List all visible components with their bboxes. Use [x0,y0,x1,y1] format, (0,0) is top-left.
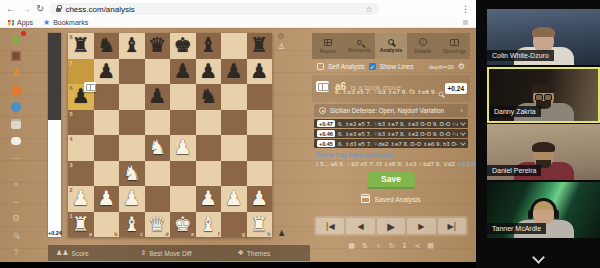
tab-label: Openings [442,48,466,54]
chesscom-page: ♞♟⋯«→⚙? +0.24 8♜♞♝♛♚♝♜7♟♟♟♟♟6♟♟♞54♞♟3♞2♟… [0,28,476,262]
square-h2[interactable]: ♟ [247,186,273,212]
square-e3[interactable] [170,161,196,187]
square-c8[interactable]: ♝ [119,33,145,59]
square-c7[interactable] [119,59,145,85]
themes-icon: ❖ [238,249,244,257]
analysis-options-row: Self Analysis ✓ Show Lines depth=30 ⚙ [312,60,470,73]
white-bishop-f1[interactable]: ♝ [196,212,222,238]
square-a1[interactable]: 1a♜ [68,212,94,238]
square-d7[interactable] [145,59,171,85]
black-pawn-b7[interactable]: ♟ [94,59,120,85]
square-g2[interactable]: ♟ [221,186,247,212]
square-e4[interactable]: ♟ [170,135,196,161]
black-pawn-marker-icon: ♟ [278,229,285,238]
rank-label: 4 [70,136,73,142]
evaluation-value: +0.24 [48,230,61,236]
tab-label: Details [414,48,431,54]
square-b3[interactable] [94,161,120,187]
white-pawn-h2[interactable]: ♟ [247,186,273,212]
black-pawn-e7[interactable]: ♟ [170,59,196,85]
video-tile-4[interactable]: Tanner McArdle [487,182,600,238]
openings-icon [450,39,459,46]
square-e7[interactable]: ♟ [170,59,196,85]
reset-icon[interactable]: ↻ [389,242,395,250]
window-bottom-edge [0,262,476,268]
square-g6[interactable] [221,84,247,110]
glasses [535,94,552,100]
address-bar[interactable]: chess.com/analysis ☆ [49,3,379,15]
lock-icon [56,8,61,12]
square-f6[interactable]: ♞ [196,84,222,110]
square-a4[interactable]: 4 [68,135,94,161]
square-g1[interactable]: g [221,212,247,238]
line-moves: 6. ♗e2 e5 7. ♘b3 ♗e7 8. ♗e3 O-O 9. O-O ♘… [338,121,458,127]
analysis-panel: ReportMomentsAnalysisiDetailsOpenings Se… [312,33,470,262]
self-analysis-checkbox[interactable] [317,63,324,70]
analysis-tabs: ReportMomentsAnalysisiDetailsOpenings [312,33,470,59]
square-d4[interactable]: ♞ [145,135,171,161]
sort-arrows-icon: ⇕ [141,249,147,257]
square-f8[interactable]: ♝ [196,33,222,59]
tab-analysis[interactable]: Analysis [375,33,407,59]
evaluation-bar: +0.24 [48,33,61,237]
panel-tools-row: ▦ ⇅ ＋ ↻ ↧ < ▤ [312,241,470,251]
white-pawn-marker-icon: ♙ [278,42,285,51]
white-knight-d4[interactable]: ♞ [145,135,171,161]
tab-details[interactable]: iDetails [407,33,439,59]
square-c6[interactable] [119,84,145,110]
file-label: g [242,231,245,237]
details-icon: i [419,38,427,46]
book-icon [316,81,329,92]
square-d6[interactable]: ♟ [145,84,171,110]
opening-name-row[interactable]: Sicilian Defense: Open, Najdorf Variatio… [314,104,468,117]
share-icon[interactable]: < [414,242,420,250]
trash-icon[interactable]: ▦ [348,242,355,250]
play-icon[interactable] [9,49,23,62]
white-knight-c3[interactable]: ♞ [119,161,145,187]
square-d5[interactable] [145,110,171,136]
puzzles-icon[interactable]: ♟ [9,66,23,79]
previous-move-button[interactable]: ◀ [346,218,374,234]
tab-label: Report [320,48,337,54]
square-d8[interactable]: ♛ [145,33,171,59]
expand-line-chevron-icon[interactable] [460,120,466,126]
square-f3[interactable] [196,161,222,187]
square-c1[interactable]: c♝ [119,212,145,238]
square-f1[interactable]: f♝ [196,212,222,238]
square-a7[interactable]: 7 [68,59,94,85]
line-eval: +0.47 [317,120,335,127]
square-e1[interactable]: e♚ [170,212,196,238]
book-move-badge-icon [84,82,96,92]
save-button[interactable]: Save [367,172,415,189]
themes-button[interactable]: ❖ Themes [238,249,271,257]
square-c2[interactable]: ♟ [119,186,145,212]
tab-moments[interactable]: Moments [344,33,376,59]
square-e8[interactable]: ♚ [170,33,196,59]
score-button[interactable]: ♟♟ Score [56,249,89,257]
white-rook-h1[interactable]: ♜ [247,212,273,238]
board-footer-bar: ♟♟ Score ⇕ Best Move Diff ❖ Themes [48,245,310,261]
square-b7[interactable]: ♟ [94,59,120,85]
black-knight-f6[interactable]: ♞ [196,84,222,110]
browser-menu-icon[interactable]: ⋮ [461,4,470,14]
square-h7[interactable]: ♟ [247,59,273,85]
bookmarks-star-icon: ★ [43,18,50,27]
square-a3[interactable]: 3 [68,161,94,187]
bookmark-star-icon[interactable]: ☆ [365,5,372,14]
move-navigation-controls: |◀ ◀ ▶ ▶ ▶| [314,216,468,236]
evaluation-bar-black-part [48,33,61,120]
book-eval-badge: +0.24 [445,83,467,94]
square-f2[interactable]: ♟ [196,186,222,212]
square-b6[interactable] [94,84,120,110]
square-h5[interactable] [247,110,273,136]
black-pawn-d6[interactable]: ♟ [145,84,171,110]
report-icon [324,39,332,46]
chesscom-logo-icon[interactable]: ♞ [9,32,23,45]
black-pawn-h7[interactable]: ♟ [247,59,273,85]
black-knight-b8[interactable]: ♞ [94,33,120,59]
square-a2[interactable]: 2♟ [68,186,94,212]
depth-setting[interactable]: depth=30 [429,64,454,70]
help-icon[interactable]: ? [9,245,23,258]
white-queen-d1[interactable]: ♛ [145,212,171,238]
moments-icon [356,38,363,45]
tab-label: Moments [348,47,371,53]
line-moves: 6. ♗d3 e5 7. ♘de2 ♗e7 8. O-O ♗e6 9. h3 O… [338,141,458,147]
black-rook-h8[interactable]: ♜ [247,33,273,59]
bookmarks-bar: Apps ★ Bookmarks [0,18,476,28]
square-h8[interactable]: ♜ [247,33,273,59]
social-icon[interactable] [9,134,23,147]
show-lines-checkbox[interactable]: ✓ [369,63,376,70]
engine-line-2[interactable]: +0.466. ♗e3 e5 7. ♘b3 ♗e7 8. ♗e2 O-O 9. … [314,129,468,138]
book-move-block: a6 is a book move 6. ♗e3 e5 7. ♘b3 ♗e7 8… [312,75,470,102]
flip-board-icon[interactable]: ⇅ [362,242,368,250]
keyboard-icon[interactable]: ▤ [427,242,434,250]
white-pawn-c2[interactable]: ♟ [119,186,145,212]
white-pawn-e4[interactable]: ♟ [170,135,196,161]
headphones [530,198,557,212]
black-rook-a8[interactable]: ♜ [68,33,94,59]
expand-line-chevron-icon[interactable] [460,140,466,146]
square-b4[interactable] [94,135,120,161]
add-icon[interactable]: ＋ [375,241,382,251]
go-to-end-button[interactable]: ▶| [438,218,466,234]
square-b5[interactable] [94,110,120,136]
video-tile-3[interactable]: Daniel Pereira [487,124,600,180]
file-label: b [114,231,117,237]
square-g4[interactable] [221,135,247,161]
participant-silhouette [514,85,574,123]
square-f4[interactable] [196,135,222,161]
signin-icon[interactable]: → [9,194,23,207]
black-king-e8[interactable]: ♚ [170,33,196,59]
go-to-start-button[interactable]: |◀ [316,218,344,234]
black-pawn-g7[interactable]: ♟ [221,59,247,85]
archive-box-icon [361,196,370,203]
white-bishop-c1[interactable]: ♝ [119,212,145,238]
best-move-diff-button[interactable]: ⇕ Best Move Diff [141,249,192,257]
book-line-moves[interactable]: 6. ♗e3 e5 7. ♘b3 ♗e7 8. f3 ♗e6 9. ♕d2 ♘b… [335,89,439,95]
video-tile-1[interactable]: Colin White-Dzuro [487,9,600,65]
reload-button[interactable]: ↻ [36,0,44,18]
bookmarks-shortcut[interactable]: ★ Bookmarks [43,18,88,27]
participant-name: Colin White-Dzuro [487,50,554,61]
news-icon[interactable] [9,117,23,130]
square-h6[interactable] [247,84,273,110]
notification-badge [21,31,26,36]
square-h3[interactable] [247,161,273,187]
expand-line-chevron-icon[interactable] [460,130,466,136]
tab-openings[interactable]: Openings [438,33,470,59]
video-call-strip: Colin White-DzuroDanny ZakriaDaniel Pere… [476,0,600,268]
learn-icon[interactable] [9,83,23,96]
square-d2[interactable] [145,186,171,212]
white-rook-a1[interactable]: ♜ [68,212,94,238]
square-h1[interactable]: h♜ [247,212,273,238]
square-e6[interactable] [170,84,196,110]
rank-label: 5 [70,111,73,117]
url-text[interactable]: chess.com/analysis [65,5,361,14]
browser-window: ← → ↻ chess.com/analysis ☆ ⋮ Apps ★ Book… [0,0,476,262]
white-pawn-b2[interactable]: ♟ [94,186,120,212]
board-settings-gear-icon[interactable]: ⚙ [277,32,284,41]
apps-grid-icon [8,20,14,26]
black-bishop-f8[interactable]: ♝ [196,33,222,59]
square-c3[interactable]: ♞ [119,161,145,187]
black-pawn-f7[interactable]: ♟ [196,59,222,85]
download-icon[interactable]: ↧ [402,242,408,250]
square-g3[interactable] [221,161,247,187]
chess-board[interactable]: 8♜♞♝♛♚♝♜7♟♟♟♟♟6♟♟♞54♞♟3♞2♟♟♟♟♟♟1a♜bc♝d♛e… [68,33,272,237]
black-bishop-c8[interactable]: ♝ [119,33,145,59]
extension-icon[interactable] [463,20,468,25]
saved-analysis-link[interactable]: Saved Analysis [312,196,470,203]
square-c4[interactable] [119,135,145,161]
square-a8[interactable]: 8♜ [68,33,94,59]
rank-label: 7 [70,60,73,66]
white-pawn-g2[interactable]: ♟ [221,186,247,212]
engine-line-1[interactable]: +0.476. ♗e2 e5 7. ♘b3 ♗e7 8. ♗e3 O-O 9. … [314,119,468,128]
tab-label: Analysis [380,47,403,53]
next-move-button[interactable]: ▶ [407,218,435,234]
site-sidebar: ♞♟⋯«→⚙? [0,28,46,262]
participant-name: Daniel Pereira [487,165,541,176]
participant-name: Tanner McArdle [487,223,546,234]
forward-button[interactable]: → [21,0,31,18]
square-c5[interactable] [119,110,145,136]
square-g8[interactable] [221,33,247,59]
square-g7[interactable]: ♟ [221,59,247,85]
analysis-icon [388,39,394,45]
settings-icon[interactable]: ⚙ [9,211,23,224]
engine-lines: +0.476. ♗e2 e5 7. ♘b3 ♗e7 8. ♗e3 O-O 9. … [314,119,468,149]
game-continued-link[interactable]: Game may have continued... [316,151,397,158]
white-pawn-a2[interactable]: ♟ [68,186,94,212]
line-eval: +0.46 [317,130,335,137]
black-queen-d8[interactable]: ♛ [145,33,171,59]
watch-icon[interactable] [9,100,23,113]
browser-toolbar: ← → ↻ chess.com/analysis ☆ ⋮ [0,0,476,18]
explore-line-magnifier-icon[interactable] [439,92,444,97]
back-button[interactable]: ← [6,0,16,18]
video-tile-2[interactable]: Danny Zakria [487,67,600,123]
square-f7[interactable]: ♟ [196,59,222,85]
tab-report[interactable]: Report [312,33,344,59]
engine-line-3[interactable]: +0.456. ♗d3 e5 7. ♘de2 ♗e7 8. O-O ♗e6 9.… [314,139,468,148]
collapse-icon[interactable]: « [9,177,23,190]
white-pawn-f2[interactable]: ♟ [196,186,222,212]
continuation-eval: +0.27) [457,161,476,167]
square-a5[interactable]: 5 [68,110,94,136]
more-icon[interactable]: ⋯ [9,151,23,164]
square-f5[interactable] [196,110,222,136]
participant-name: Danny Zakria [489,106,541,117]
square-b1[interactable]: b [94,212,120,238]
square-e2[interactable] [170,186,196,212]
engine-settings-gear-icon[interactable]: ⚙ [458,62,465,71]
line-eval: +0.45 [317,140,335,147]
square-b8[interactable]: ♞ [94,33,120,59]
play-button[interactable]: ▶ [377,218,405,234]
square-d1[interactable]: d♛ [145,212,171,238]
collapse-videos-chevron-icon[interactable] [533,252,543,262]
rank-label: 3 [70,162,73,168]
search-icon[interactable] [9,228,23,241]
opening-name: Sicilian Defense: Open, Najdorf Variatio… [330,107,444,114]
line-moves: 6. ♗e3 e5 7. ♘b3 ♗e7 8. ♗e2 O-O 9. O-O ♘… [338,131,458,137]
continuation-line[interactable]: ( 5... a6 6. ♘b3 e5 7. f3 ♗e6 8. ♗e3 ♘bd… [316,161,466,167]
white-king-e1[interactable]: ♚ [170,212,196,238]
square-d3[interactable] [145,161,171,187]
score-icon: ♟♟ [56,249,69,257]
square-b2[interactable]: ♟ [94,186,120,212]
opening-chevron-icon: › [460,106,463,115]
opening-icon [319,107,326,114]
square-e5[interactable] [170,110,196,136]
square-h4[interactable] [247,135,273,161]
square-g5[interactable] [221,110,247,136]
apps-shortcut[interactable]: Apps [8,19,33,26]
